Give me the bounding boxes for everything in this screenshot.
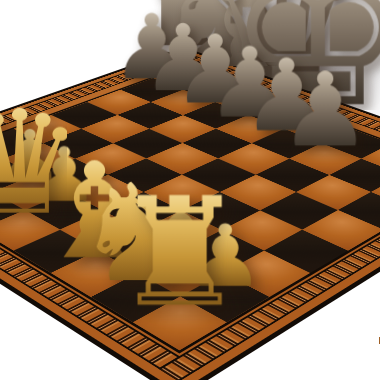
product-photo-backdrop: ♜♞♝♛♚♟♟♟♟♟♟♟♟♟♟♛♝♞♜ <box>0 0 380 380</box>
piece-pewter-pawn-f7: ♟ <box>279 59 371 162</box>
piece-brass-rook-h1: ♜ <box>113 177 248 327</box>
chess-board: ♜♞♝♛♚♟♟♟♟♟♟♟♟♟♟♛♝♞♜ <box>0 47 380 380</box>
